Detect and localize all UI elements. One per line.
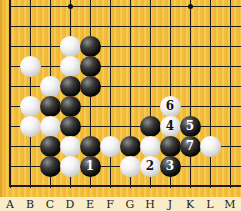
move-number-label: 7 [180, 136, 201, 157]
move-number-label: 2 [140, 156, 161, 177]
stone-black-E8[interactable] [80, 36, 101, 57]
coordinate-bar: ABCDEFGHJKLM [0, 197, 241, 211]
coordinate-label-H: H [140, 198, 160, 211]
stone-white-D3[interactable] [60, 136, 81, 157]
stone-white-H3[interactable] [140, 136, 161, 157]
stone-black-C5[interactable] [40, 96, 61, 117]
stone-black-E6[interactable] [80, 76, 101, 97]
stone-white-C6[interactable] [40, 76, 61, 97]
coordinate-label-K: K [180, 198, 200, 211]
board-left-wood-stripe [0, 0, 2, 197]
move-number-label: 5 [180, 116, 201, 137]
star-point-D10 [68, 4, 73, 9]
stone-black-D5[interactable] [60, 96, 81, 117]
stone-white-F3[interactable] [100, 136, 121, 157]
stone-black-C2[interactable] [40, 156, 61, 177]
board-edge-left [9, 0, 11, 187]
coordinate-label-B: B [20, 198, 40, 211]
stone-white-D8[interactable] [60, 36, 81, 57]
stone-black-K3[interactable]: 7 [180, 136, 201, 157]
stone-black-D4[interactable] [60, 116, 81, 137]
coordinate-label-L: L [200, 198, 220, 211]
stone-white-B4[interactable] [20, 116, 41, 137]
stone-white-G2[interactable] [120, 156, 141, 177]
stone-black-J2[interactable]: 3 [160, 156, 181, 177]
stone-black-E3[interactable] [80, 136, 101, 157]
stone-black-D6[interactable] [60, 76, 81, 97]
stone-white-D7[interactable] [60, 56, 81, 77]
coordinate-label-F: F [100, 198, 120, 211]
move-number-label: 1 [80, 156, 101, 177]
stone-white-J4[interactable]: 4 [160, 116, 181, 137]
stone-white-J5[interactable]: 6 [160, 96, 181, 117]
stone-white-H2[interactable]: 2 [140, 156, 161, 177]
stone-black-G3[interactable] [120, 136, 141, 157]
coordinate-label-A: A [0, 198, 20, 211]
stone-white-L3[interactable] [200, 136, 221, 157]
move-number-label: 4 [160, 116, 181, 137]
move-number-label: 6 [160, 96, 181, 117]
coordinate-label-M: M [220, 198, 240, 211]
stone-black-J3[interactable] [160, 136, 181, 157]
go-diagram: 6457123 ABCDEFGHJKLM [0, 0, 241, 211]
stone-black-K4[interactable]: 5 [180, 116, 201, 137]
stone-white-B7[interactable] [20, 56, 41, 77]
coordinate-label-G: G [120, 198, 140, 211]
coordinate-label-J: J [160, 198, 180, 211]
stone-white-D2[interactable] [60, 156, 81, 177]
star-point-K10 [188, 4, 193, 9]
coordinate-label-D: D [60, 198, 80, 211]
stone-black-H4[interactable] [140, 116, 161, 137]
board-edge-bottom [9, 185, 241, 187]
coordinate-label-E: E [80, 198, 100, 211]
coordinate-label-C: C [40, 198, 60, 211]
move-number-label: 3 [160, 156, 181, 177]
stone-black-E7[interactable] [80, 56, 101, 77]
stone-black-C3[interactable] [40, 136, 61, 157]
stone-black-E2[interactable]: 1 [80, 156, 101, 177]
stone-white-B5[interactable] [20, 96, 41, 117]
stone-white-C4[interactable] [40, 116, 61, 137]
go-board[interactable]: 6457123 [0, 0, 241, 197]
